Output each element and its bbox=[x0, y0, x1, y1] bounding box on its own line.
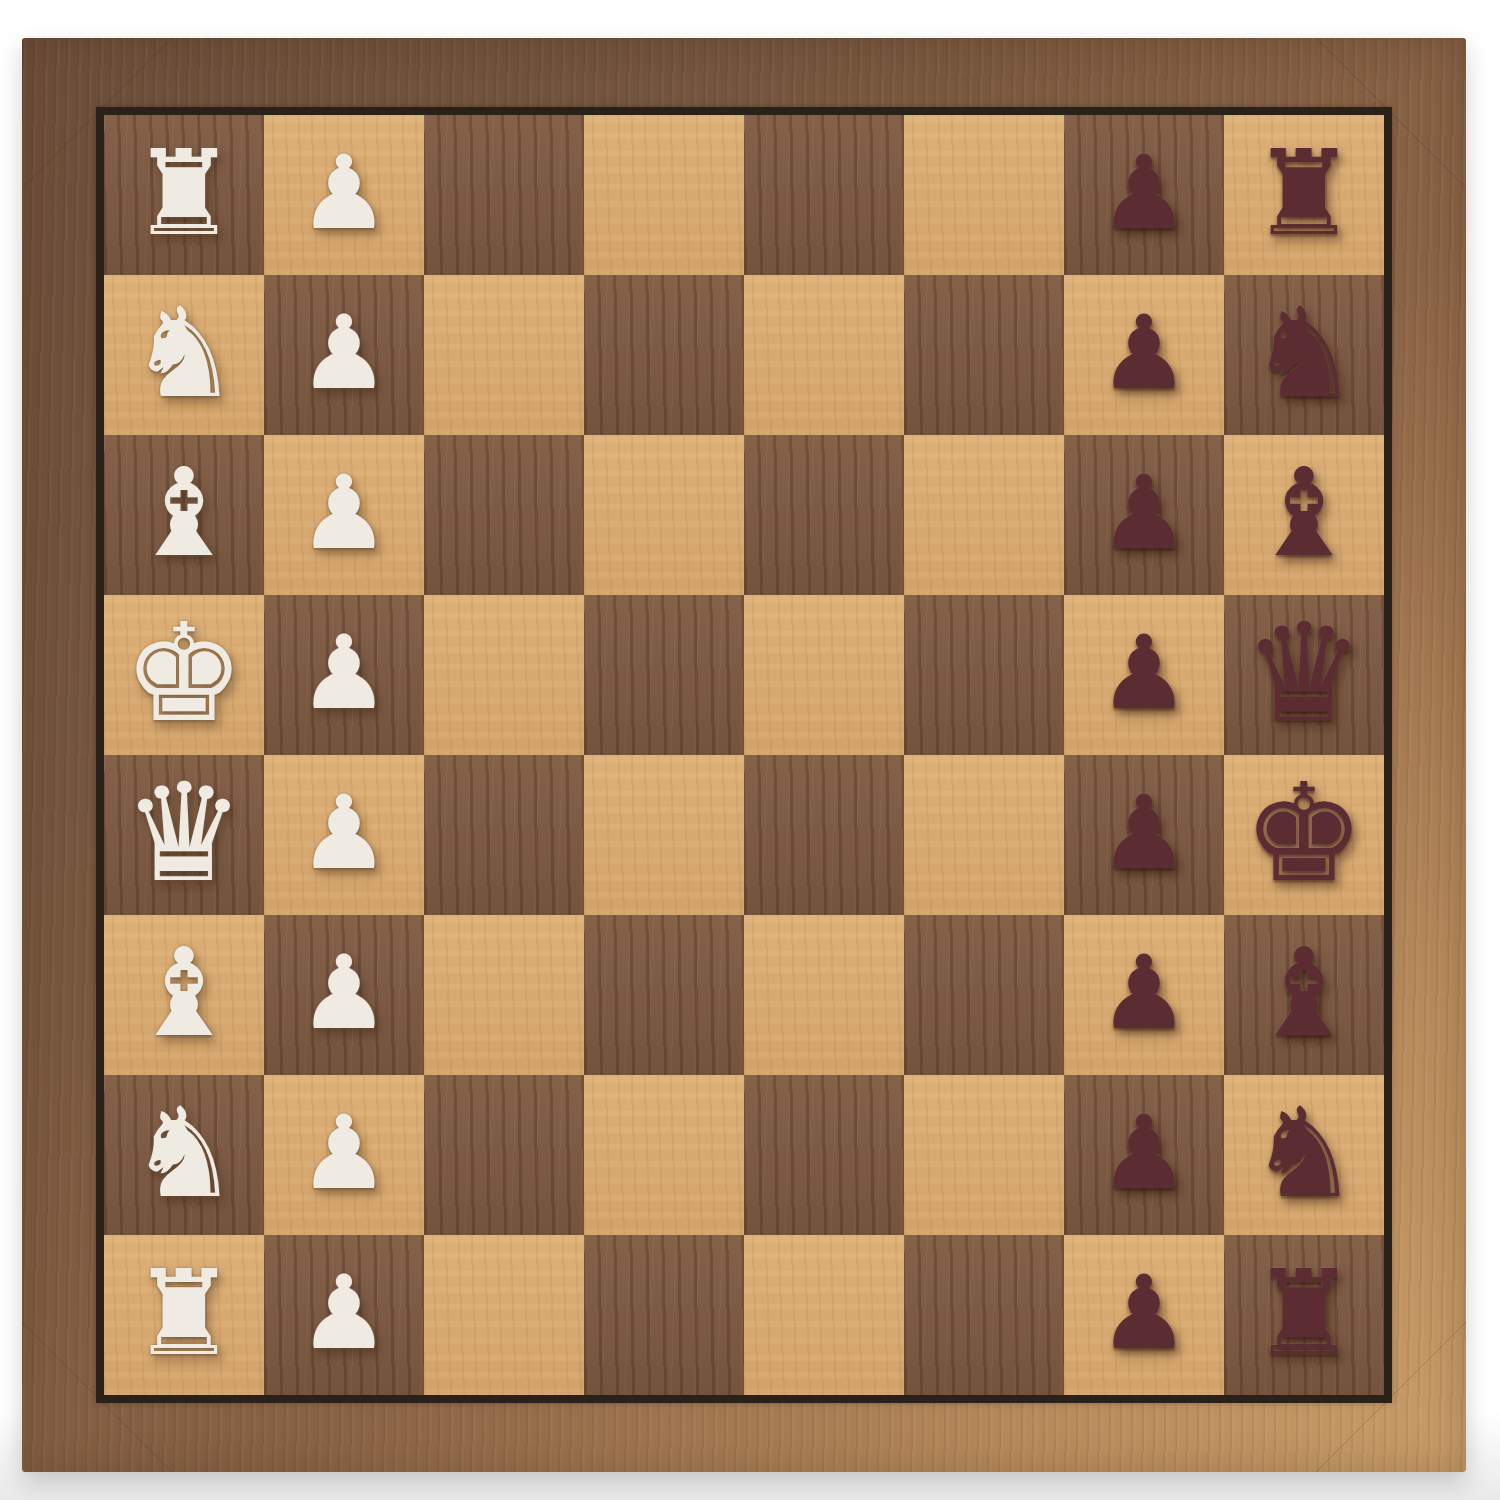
square-c4[interactable] bbox=[584, 435, 744, 595]
square-d2[interactable]: ♟ bbox=[264, 595, 424, 755]
square-b6[interactable] bbox=[904, 275, 1064, 435]
white-pawn-piece[interactable]: ♟ bbox=[298, 142, 389, 244]
square-c3[interactable] bbox=[424, 435, 584, 595]
square-e7[interactable]: ♟ bbox=[1064, 755, 1224, 915]
square-e1[interactable]: ♛ bbox=[104, 755, 264, 915]
black-knight-piece[interactable]: ♞ bbox=[1248, 291, 1359, 415]
square-a8[interactable]: ♜ bbox=[1224, 115, 1384, 275]
chess-board: ♜♟♟♜♞♟♟♞♝♟♟♝♚♟♟♛♛♟♟♚♝♟♟♝♞♟♟♞♜♟♟♜ bbox=[22, 38, 1466, 1472]
board-inlay-border: ♜♟♟♜♞♟♟♞♝♟♟♝♚♟♟♛♛♟♟♚♝♟♟♝♞♟♟♞♜♟♟♜ bbox=[96, 107, 1392, 1403]
square-b8[interactable]: ♞ bbox=[1224, 275, 1384, 435]
square-a6[interactable] bbox=[904, 115, 1064, 275]
square-b7[interactable]: ♟ bbox=[1064, 275, 1224, 435]
black-bishop-piece[interactable]: ♝ bbox=[1249, 932, 1358, 1054]
square-c7[interactable]: ♟ bbox=[1064, 435, 1224, 595]
square-a2[interactable]: ♟ bbox=[264, 115, 424, 275]
black-queen-piece[interactable]: ♛ bbox=[1243, 605, 1365, 741]
square-d7[interactable]: ♟ bbox=[1064, 595, 1224, 755]
square-f3[interactable] bbox=[424, 915, 584, 1075]
square-g7[interactable]: ♟ bbox=[1064, 1075, 1224, 1235]
square-f4[interactable] bbox=[584, 915, 744, 1075]
square-h8[interactable]: ♜ bbox=[1224, 1235, 1384, 1395]
white-king-piece[interactable]: ♚ bbox=[123, 605, 245, 741]
square-e5[interactable] bbox=[744, 755, 904, 915]
square-f6[interactable] bbox=[904, 915, 1064, 1075]
square-d1[interactable]: ♚ bbox=[104, 595, 264, 755]
square-b4[interactable] bbox=[584, 275, 744, 435]
white-pawn-piece[interactable]: ♟ bbox=[298, 942, 389, 1044]
square-c8[interactable]: ♝ bbox=[1224, 435, 1384, 595]
black-pawn-piece[interactable]: ♟ bbox=[1098, 942, 1189, 1044]
square-h4[interactable] bbox=[584, 1235, 744, 1395]
square-d3[interactable] bbox=[424, 595, 584, 755]
black-pawn-piece[interactable]: ♟ bbox=[1098, 622, 1189, 724]
black-king-piece[interactable]: ♚ bbox=[1243, 765, 1365, 901]
board-grid: ♜♟♟♜♞♟♟♞♝♟♟♝♚♟♟♛♛♟♟♚♝♟♟♝♞♟♟♞♜♟♟♜ bbox=[104, 115, 1384, 1395]
square-e2[interactable]: ♟ bbox=[264, 755, 424, 915]
square-g2[interactable]: ♟ bbox=[264, 1075, 424, 1235]
black-pawn-piece[interactable]: ♟ bbox=[1098, 142, 1189, 244]
white-bishop-piece[interactable]: ♝ bbox=[129, 932, 238, 1054]
square-b2[interactable]: ♟ bbox=[264, 275, 424, 435]
square-a7[interactable]: ♟ bbox=[1064, 115, 1224, 275]
square-h3[interactable] bbox=[424, 1235, 584, 1395]
square-g5[interactable] bbox=[744, 1075, 904, 1235]
square-h1[interactable]: ♜ bbox=[104, 1235, 264, 1395]
square-f1[interactable]: ♝ bbox=[104, 915, 264, 1075]
square-h7[interactable]: ♟ bbox=[1064, 1235, 1224, 1395]
white-pawn-piece[interactable]: ♟ bbox=[298, 462, 389, 564]
white-pawn-piece[interactable]: ♟ bbox=[298, 302, 389, 404]
white-pawn-piece[interactable]: ♟ bbox=[298, 1262, 389, 1364]
square-b1[interactable]: ♞ bbox=[104, 275, 264, 435]
square-e8[interactable]: ♚ bbox=[1224, 755, 1384, 915]
square-f2[interactable]: ♟ bbox=[264, 915, 424, 1075]
square-e6[interactable] bbox=[904, 755, 1064, 915]
square-c2[interactable]: ♟ bbox=[264, 435, 424, 595]
square-d4[interactable] bbox=[584, 595, 744, 755]
white-queen-piece[interactable]: ♛ bbox=[123, 765, 245, 901]
white-rook-piece[interactable]: ♜ bbox=[131, 134, 237, 252]
square-f8[interactable]: ♝ bbox=[1224, 915, 1384, 1075]
white-rook-piece[interactable]: ♜ bbox=[131, 1254, 237, 1372]
square-b3[interactable] bbox=[424, 275, 584, 435]
black-pawn-piece[interactable]: ♟ bbox=[1098, 1102, 1189, 1204]
black-pawn-piece[interactable]: ♟ bbox=[1098, 782, 1189, 884]
white-knight-piece[interactable]: ♞ bbox=[128, 1091, 239, 1215]
square-a3[interactable] bbox=[424, 115, 584, 275]
white-knight-piece[interactable]: ♞ bbox=[128, 291, 239, 415]
black-pawn-piece[interactable]: ♟ bbox=[1098, 302, 1189, 404]
square-d6[interactable] bbox=[904, 595, 1064, 755]
square-g6[interactable] bbox=[904, 1075, 1064, 1235]
black-bishop-piece[interactable]: ♝ bbox=[1249, 452, 1358, 574]
black-pawn-piece[interactable]: ♟ bbox=[1098, 1262, 1189, 1364]
square-d5[interactable] bbox=[744, 595, 904, 755]
square-g4[interactable] bbox=[584, 1075, 744, 1235]
square-d8[interactable]: ♛ bbox=[1224, 595, 1384, 755]
square-f7[interactable]: ♟ bbox=[1064, 915, 1224, 1075]
square-h6[interactable] bbox=[904, 1235, 1064, 1395]
black-rook-piece[interactable]: ♜ bbox=[1251, 1254, 1357, 1372]
square-g1[interactable]: ♞ bbox=[104, 1075, 264, 1235]
square-h5[interactable] bbox=[744, 1235, 904, 1395]
black-pawn-piece[interactable]: ♟ bbox=[1098, 462, 1189, 564]
square-c6[interactable] bbox=[904, 435, 1064, 595]
square-b5[interactable] bbox=[744, 275, 904, 435]
square-a1[interactable]: ♜ bbox=[104, 115, 264, 275]
white-pawn-piece[interactable]: ♟ bbox=[298, 782, 389, 884]
product-photo: ♜♟♟♜♞♟♟♞♝♟♟♝♚♟♟♛♛♟♟♚♝♟♟♝♞♟♟♞♜♟♟♜ bbox=[0, 0, 1500, 1500]
white-bishop-piece[interactable]: ♝ bbox=[129, 452, 238, 574]
square-h2[interactable]: ♟ bbox=[264, 1235, 424, 1395]
square-c1[interactable]: ♝ bbox=[104, 435, 264, 595]
square-f5[interactable] bbox=[744, 915, 904, 1075]
square-a5[interactable] bbox=[744, 115, 904, 275]
square-g8[interactable]: ♞ bbox=[1224, 1075, 1384, 1235]
square-a4[interactable] bbox=[584, 115, 744, 275]
square-e4[interactable] bbox=[584, 755, 744, 915]
white-pawn-piece[interactable]: ♟ bbox=[298, 1102, 389, 1204]
square-c5[interactable] bbox=[744, 435, 904, 595]
square-g3[interactable] bbox=[424, 1075, 584, 1235]
black-knight-piece[interactable]: ♞ bbox=[1248, 1091, 1359, 1215]
white-pawn-piece[interactable]: ♟ bbox=[298, 622, 389, 724]
black-rook-piece[interactable]: ♜ bbox=[1251, 134, 1357, 252]
square-e3[interactable] bbox=[424, 755, 584, 915]
